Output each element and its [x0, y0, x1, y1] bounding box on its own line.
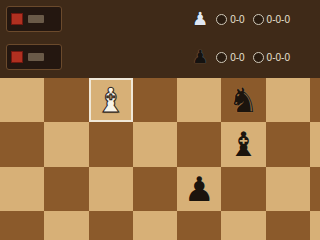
editor-header: ♟ 0-0 0-0-0 ♟ 0-0 0-0-0 [0, 0, 320, 78]
square-g7[interactable] [266, 122, 310, 166]
clear-icon [11, 13, 23, 25]
chess-position-editor-screen: ♟ 0-0 0-0-0 ♟ 0-0 0-0-0 ♝♞♝♜♟♟♜♟♟♟♟♟♟ ♞ [0, 0, 320, 240]
checkbox-icon [216, 14, 227, 25]
checkbox-icon [253, 52, 264, 63]
square-h8[interactable] [310, 78, 320, 122]
square-g6[interactable] [266, 167, 310, 211]
square-b8[interactable] [44, 78, 88, 122]
square-c7[interactable] [89, 122, 133, 166]
chess-board: ♝♞♝♜♟♟♜♟♟♟♟♟♟ [0, 78, 320, 240]
square-g5[interactable] [266, 211, 310, 240]
piece-black-N: ♞ [228, 78, 258, 122]
piece-black-B: ♝ [228, 122, 258, 166]
piece-black-R: ♜ [317, 122, 320, 166]
square-c6[interactable] [89, 167, 133, 211]
square-f5[interactable] [221, 211, 265, 240]
white-castle-long-checkbox[interactable]: 0-0-0 [253, 14, 290, 25]
square-h7[interactable]: ♜ [310, 122, 320, 166]
square-h6[interactable]: ♟ [310, 167, 320, 211]
board-thumb-icon [28, 53, 44, 61]
black-pawn-icon: ♟ [192, 48, 208, 66]
square-c8[interactable]: ♝ [89, 78, 133, 122]
square-d6[interactable] [133, 167, 177, 211]
square-b6[interactable] [44, 167, 88, 211]
square-d8[interactable] [133, 78, 177, 122]
white-pawn-icon: ♟ [192, 10, 208, 28]
reset-icon [11, 51, 23, 63]
piece-black-P: ♟ [317, 167, 320, 211]
square-e7[interactable] [177, 122, 221, 166]
clear-board-button[interactable] [6, 6, 62, 32]
square-c5[interactable] [89, 211, 133, 240]
white-castling-row: ♟ 0-0 0-0-0 [192, 6, 320, 32]
square-g8[interactable] [266, 78, 310, 122]
black-castle-long-checkbox[interactable]: 0-0-0 [253, 52, 290, 63]
black-castle-short-checkbox[interactable]: 0-0 [216, 52, 244, 63]
square-e8[interactable] [177, 78, 221, 122]
square-b7[interactable] [44, 122, 88, 166]
square-a8[interactable] [0, 78, 44, 122]
square-a5[interactable] [0, 211, 44, 240]
piece-white-B: ♝ [95, 78, 125, 122]
square-a7[interactable] [0, 122, 44, 166]
piece-black-P: ♟ [184, 167, 214, 211]
square-e5[interactable] [177, 211, 221, 240]
castle-short-label: 0-0 [230, 52, 244, 63]
square-b5[interactable] [44, 211, 88, 240]
board-thumb-icon [28, 15, 44, 23]
square-f7[interactable]: ♝ [221, 122, 265, 166]
castle-long-label: 0-0-0 [267, 52, 290, 63]
checkbox-icon [253, 14, 264, 25]
square-e6[interactable]: ♟ [177, 167, 221, 211]
square-f8[interactable]: ♞ [221, 78, 265, 122]
square-d7[interactable] [133, 122, 177, 166]
square-f6[interactable] [221, 167, 265, 211]
checkbox-icon [216, 52, 227, 63]
castle-long-label: 0-0-0 [267, 14, 290, 25]
white-castle-short-checkbox[interactable]: 0-0 [216, 14, 244, 25]
castle-short-label: 0-0 [230, 14, 244, 25]
square-d5[interactable] [133, 211, 177, 240]
black-castling-row: ♟ 0-0 0-0-0 [192, 44, 320, 70]
square-a6[interactable] [0, 167, 44, 211]
reset-position-button[interactable] [6, 44, 62, 70]
square-h5[interactable] [310, 211, 320, 240]
